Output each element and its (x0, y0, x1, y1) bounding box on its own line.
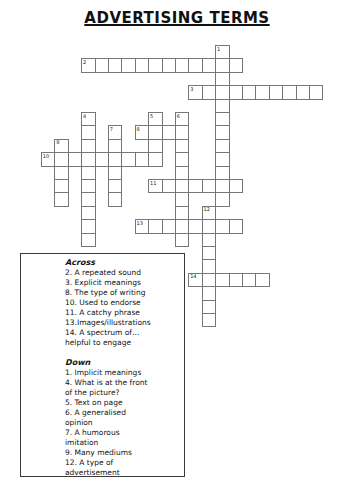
crossword-cell[interactable] (81, 139, 95, 153)
cell-number: 12 (204, 206, 210, 212)
crossword-cell[interactable] (282, 85, 296, 99)
crossword-cell[interactable] (215, 99, 229, 113)
crossword-cell[interactable]: 5 (148, 112, 162, 126)
crossword-cell[interactable] (135, 58, 149, 72)
crossword-cell[interactable] (95, 58, 109, 72)
crossword-cell[interactable] (215, 219, 229, 233)
crossword-cell[interactable] (215, 166, 229, 180)
crossword-cell[interactable] (202, 313, 216, 327)
down-clue-list: 1. Implicit meanings4. What is at the fr… (65, 368, 182, 478)
crossword-cell[interactable] (108, 139, 122, 153)
across-clue-list: 2. A repeated sound3. Explicit meanings8… (65, 268, 182, 348)
clue-line: advertisement (65, 468, 182, 478)
crossword-cell[interactable] (54, 179, 68, 193)
crossword-cell[interactable] (68, 152, 82, 166)
crossword-cell[interactable] (162, 219, 176, 233)
crossword-cell[interactable] (309, 85, 323, 99)
section-gap (65, 348, 182, 358)
crossword-cell[interactable] (108, 166, 122, 180)
crossword-cell[interactable] (81, 233, 95, 247)
crossword-cell[interactable] (95, 152, 109, 166)
clue-line: 11. A catchy phrase (65, 308, 182, 318)
crossword-cell[interactable] (229, 273, 243, 287)
cell-number: 7 (110, 126, 113, 132)
down-header: Down (65, 358, 182, 368)
clue-line: 8. The type of writing (65, 288, 182, 298)
crossword-cell[interactable]: 1 (215, 45, 229, 59)
crossword-cell[interactable] (135, 152, 149, 166)
crossword-cell[interactable] (108, 179, 122, 193)
crossword-cell[interactable] (229, 219, 243, 233)
crossword-cell[interactable] (202, 300, 216, 314)
crossword-cell[interactable] (148, 219, 162, 233)
crossword-cell[interactable] (148, 125, 162, 139)
clue-line: 6. A generalised (65, 408, 182, 418)
crossword-cell[interactable] (215, 152, 229, 166)
clue-line: 4. What is at the front (65, 378, 182, 388)
crossword-cell[interactable] (175, 179, 189, 193)
cell-number: 1 (217, 46, 220, 52)
clue-line: of the picture? (65, 388, 182, 398)
crossword-cell[interactable] (202, 286, 216, 300)
crossword-cell[interactable] (54, 192, 68, 206)
crossword-cell[interactable] (81, 192, 95, 206)
crossword-cell[interactable] (202, 219, 216, 233)
crossword-cell[interactable] (188, 219, 202, 233)
crossword-cell[interactable] (202, 273, 216, 287)
clue-line: 10. Used to endorse (65, 298, 182, 308)
crossword-cell[interactable]: 9 (54, 139, 68, 153)
crossword-cell[interactable] (202, 179, 216, 193)
clue-line: imitation (65, 438, 182, 448)
crossword-cell[interactable] (162, 125, 176, 139)
clue-line: opinion (65, 418, 182, 428)
crossword-cell[interactable] (215, 139, 229, 153)
crossword-cell[interactable] (188, 179, 202, 193)
crossword-cell[interactable] (148, 139, 162, 153)
clue-panel: Across 2. A repeated sound3. Explicit me… (20, 253, 185, 477)
clue-line: 1. Implicit meanings (65, 368, 182, 378)
crossword-cell[interactable] (148, 152, 162, 166)
cell-number: 11 (150, 180, 156, 186)
cell-number: 14 (190, 273, 196, 279)
cell-number: 5 (150, 113, 153, 119)
crossword-cell[interactable] (202, 246, 216, 260)
crossword-cell[interactable]: 8 (135, 125, 149, 139)
crossword-cell[interactable] (229, 85, 243, 99)
crossword-cell[interactable] (215, 58, 229, 72)
crossword-cell[interactable] (81, 125, 95, 139)
clue-line: 7. A humorous (65, 428, 182, 438)
crossword-cell[interactable] (175, 166, 189, 180)
crossword-cell[interactable]: 11 (148, 179, 162, 193)
clue-line: 12. A type of (65, 458, 182, 468)
crossword-cell[interactable] (215, 273, 229, 287)
cell-number: 3 (190, 86, 193, 92)
crossword-cell[interactable] (202, 259, 216, 273)
clue-line: 14. A spectrum of… (65, 328, 182, 338)
crossword-cell[interactable] (255, 85, 269, 99)
cell-number: 4 (83, 113, 86, 119)
clue-line: 3. Explicit meanings (65, 278, 182, 288)
crossword-cell[interactable]: 2 (81, 58, 95, 72)
crossword-cell[interactable] (108, 152, 122, 166)
crossword-cell[interactable] (81, 166, 95, 180)
crossword-cell[interactable] (229, 179, 243, 193)
crossword-cell[interactable]: 4 (81, 112, 95, 126)
crossword-cell[interactable] (175, 125, 189, 139)
crossword-cell[interactable] (215, 192, 229, 206)
crossword-cell[interactable] (175, 139, 189, 153)
crossword-cell[interactable] (202, 85, 216, 99)
crossword-cell[interactable] (121, 152, 135, 166)
clue-line: 2. A repeated sound (65, 268, 182, 278)
crossword-cell[interactable] (175, 219, 189, 233)
crossword-cell[interactable] (108, 58, 122, 72)
crossword-cell[interactable] (175, 233, 189, 247)
crossword-cell[interactable] (269, 85, 283, 99)
cell-number: 9 (56, 139, 59, 145)
crossword-cell[interactable] (54, 166, 68, 180)
crossword-cell[interactable] (215, 85, 229, 99)
crossword-cell[interactable] (255, 273, 269, 287)
crossword-cell[interactable] (296, 85, 310, 99)
cell-number: 6 (177, 113, 180, 119)
cell-number: 2 (83, 59, 86, 65)
cell-number: 10 (43, 153, 49, 159)
crossword-cell[interactable] (242, 85, 256, 99)
crossword-cell[interactable] (229, 58, 243, 72)
crossword-cell[interactable] (148, 58, 162, 72)
clue-line: 13.Images/illustrations (65, 318, 182, 328)
clue-line: helpful to engage (65, 338, 182, 348)
crossword-cell[interactable] (188, 58, 202, 72)
crossword-cell[interactable] (175, 152, 189, 166)
crossword-cell[interactable]: 7 (108, 125, 122, 139)
crossword-cell[interactable] (81, 179, 95, 193)
crossword-cell[interactable] (121, 58, 135, 72)
crossword-cell[interactable] (215, 112, 229, 126)
across-header: Across (65, 258, 182, 268)
crossword-cell[interactable] (175, 206, 189, 220)
crossword-cell[interactable] (215, 125, 229, 139)
crossword-cell[interactable] (81, 206, 95, 220)
crossword-cell[interactable] (108, 192, 122, 206)
cell-number: 13 (137, 220, 143, 226)
crossword-cell[interactable]: 3 (188, 85, 202, 99)
crossword-cell[interactable] (242, 273, 256, 287)
crossword-cell[interactable] (175, 58, 189, 72)
crossword-cell[interactable] (202, 233, 216, 247)
crossword-cell[interactable] (54, 152, 68, 166)
crossword-cell[interactable] (81, 219, 95, 233)
crossword-cell[interactable]: 13 (135, 219, 149, 233)
clue-line: 9. Many mediums (65, 448, 182, 458)
crossword-cell[interactable]: 10 (41, 152, 55, 166)
crossword-cell[interactable] (202, 58, 216, 72)
crossword-cell[interactable] (162, 179, 176, 193)
crossword-cell[interactable]: 12 (202, 206, 216, 220)
crossword-cell[interactable] (215, 179, 229, 193)
crossword-cell[interactable]: 6 (175, 112, 189, 126)
crossword-cell[interactable]: 14 (188, 273, 202, 287)
clue-line: 5. Text on page (65, 398, 182, 408)
crossword-cell[interactable] (215, 72, 229, 86)
crossword-cell[interactable] (162, 58, 176, 72)
crossword-cell[interactable] (175, 192, 189, 206)
crossword-cell[interactable] (81, 152, 95, 166)
cell-number: 8 (137, 126, 140, 132)
